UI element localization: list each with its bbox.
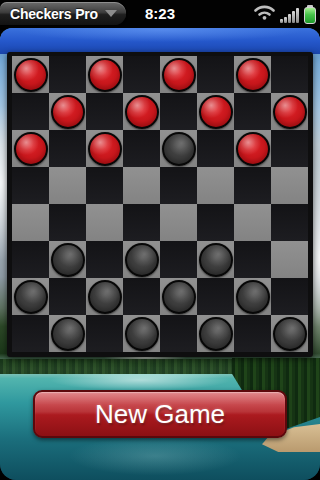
app-card: New Game [0,28,320,480]
red-checker[interactable] [162,58,196,92]
black-checker[interactable] [51,317,85,351]
signal-strength-icon [280,8,299,24]
board-square[interactable] [197,241,234,278]
board-square[interactable] [86,167,123,204]
board-square[interactable] [271,241,308,278]
board-square[interactable] [271,130,308,167]
board-square[interactable] [86,130,123,167]
black-checker[interactable] [125,243,159,277]
black-checker[interactable] [14,280,48,314]
board-square[interactable] [197,167,234,204]
red-checker[interactable] [236,132,270,166]
board-square[interactable] [86,241,123,278]
board-square[interactable] [12,241,49,278]
board-square[interactable] [160,278,197,315]
board-square[interactable] [86,56,123,93]
board-square[interactable] [160,93,197,130]
board-square[interactable] [271,167,308,204]
board-square[interactable] [271,315,308,352]
status-bar: Checkers Pro 8:23 [0,0,320,28]
black-checker[interactable] [162,132,196,166]
board-square[interactable] [49,278,86,315]
board-square[interactable] [197,278,234,315]
board-square[interactable] [49,56,86,93]
red-checker[interactable] [88,58,122,92]
black-checker[interactable] [199,317,233,351]
board-square[interactable] [160,204,197,241]
board-square[interactable] [234,241,271,278]
board-square[interactable] [123,93,160,130]
battery-body [304,7,316,24]
board-square[interactable] [197,130,234,167]
board-square[interactable] [271,278,308,315]
board-grid [12,56,308,352]
board-square[interactable] [234,315,271,352]
board-square[interactable] [86,204,123,241]
status-icons [254,4,316,24]
board-square[interactable] [49,241,86,278]
wifi-icon [254,4,275,24]
board-square[interactable] [86,315,123,352]
red-checker[interactable] [125,95,159,129]
board-square[interactable] [160,241,197,278]
board-square[interactable] [49,130,86,167]
board-square[interactable] [12,315,49,352]
board-square[interactable] [197,56,234,93]
black-checker[interactable] [273,317,307,351]
app-header [0,28,320,54]
board-square[interactable] [123,204,160,241]
board-square[interactable] [234,278,271,315]
black-checker[interactable] [88,280,122,314]
board-square[interactable] [12,130,49,167]
board-square[interactable] [234,130,271,167]
board-square[interactable] [49,93,86,130]
board-square[interactable] [197,204,234,241]
new-game-button[interactable]: New Game [33,390,287,438]
red-checker[interactable] [88,132,122,166]
board-square[interactable] [12,204,49,241]
red-checker[interactable] [14,58,48,92]
board-square[interactable] [123,56,160,93]
board-square[interactable] [234,56,271,93]
board-square[interactable] [160,167,197,204]
board-square[interactable] [49,204,86,241]
board-square[interactable] [197,315,234,352]
battery-icon [304,5,316,24]
board-square[interactable] [49,315,86,352]
black-checker[interactable] [125,317,159,351]
board-square[interactable] [12,56,49,93]
red-checker[interactable] [199,95,233,129]
device-screen: New Game Checkers Pro 8:23 [0,0,320,480]
red-checker[interactable] [14,132,48,166]
black-checker[interactable] [236,280,270,314]
board-square[interactable] [160,315,197,352]
board-square[interactable] [12,93,49,130]
board-square[interactable] [197,93,234,130]
board-square[interactable] [160,56,197,93]
black-checker[interactable] [162,280,196,314]
board-square[interactable] [234,93,271,130]
board-square[interactable] [234,167,271,204]
board-square[interactable] [271,204,308,241]
checkers-board [7,52,313,357]
board-square[interactable] [123,167,160,204]
red-checker[interactable] [273,95,307,129]
board-square[interactable] [123,315,160,352]
board-square[interactable] [12,278,49,315]
board-square[interactable] [86,278,123,315]
board-square[interactable] [123,241,160,278]
board-square[interactable] [160,130,197,167]
board-square[interactable] [271,56,308,93]
black-checker[interactable] [199,243,233,277]
board-square[interactable] [234,204,271,241]
board-square[interactable] [49,167,86,204]
black-checker[interactable] [51,243,85,277]
red-checker[interactable] [51,95,85,129]
board-square[interactable] [271,93,308,130]
board-square[interactable] [86,93,123,130]
board-square[interactable] [123,278,160,315]
board-square[interactable] [12,167,49,204]
board-square[interactable] [123,130,160,167]
red-checker[interactable] [236,58,270,92]
